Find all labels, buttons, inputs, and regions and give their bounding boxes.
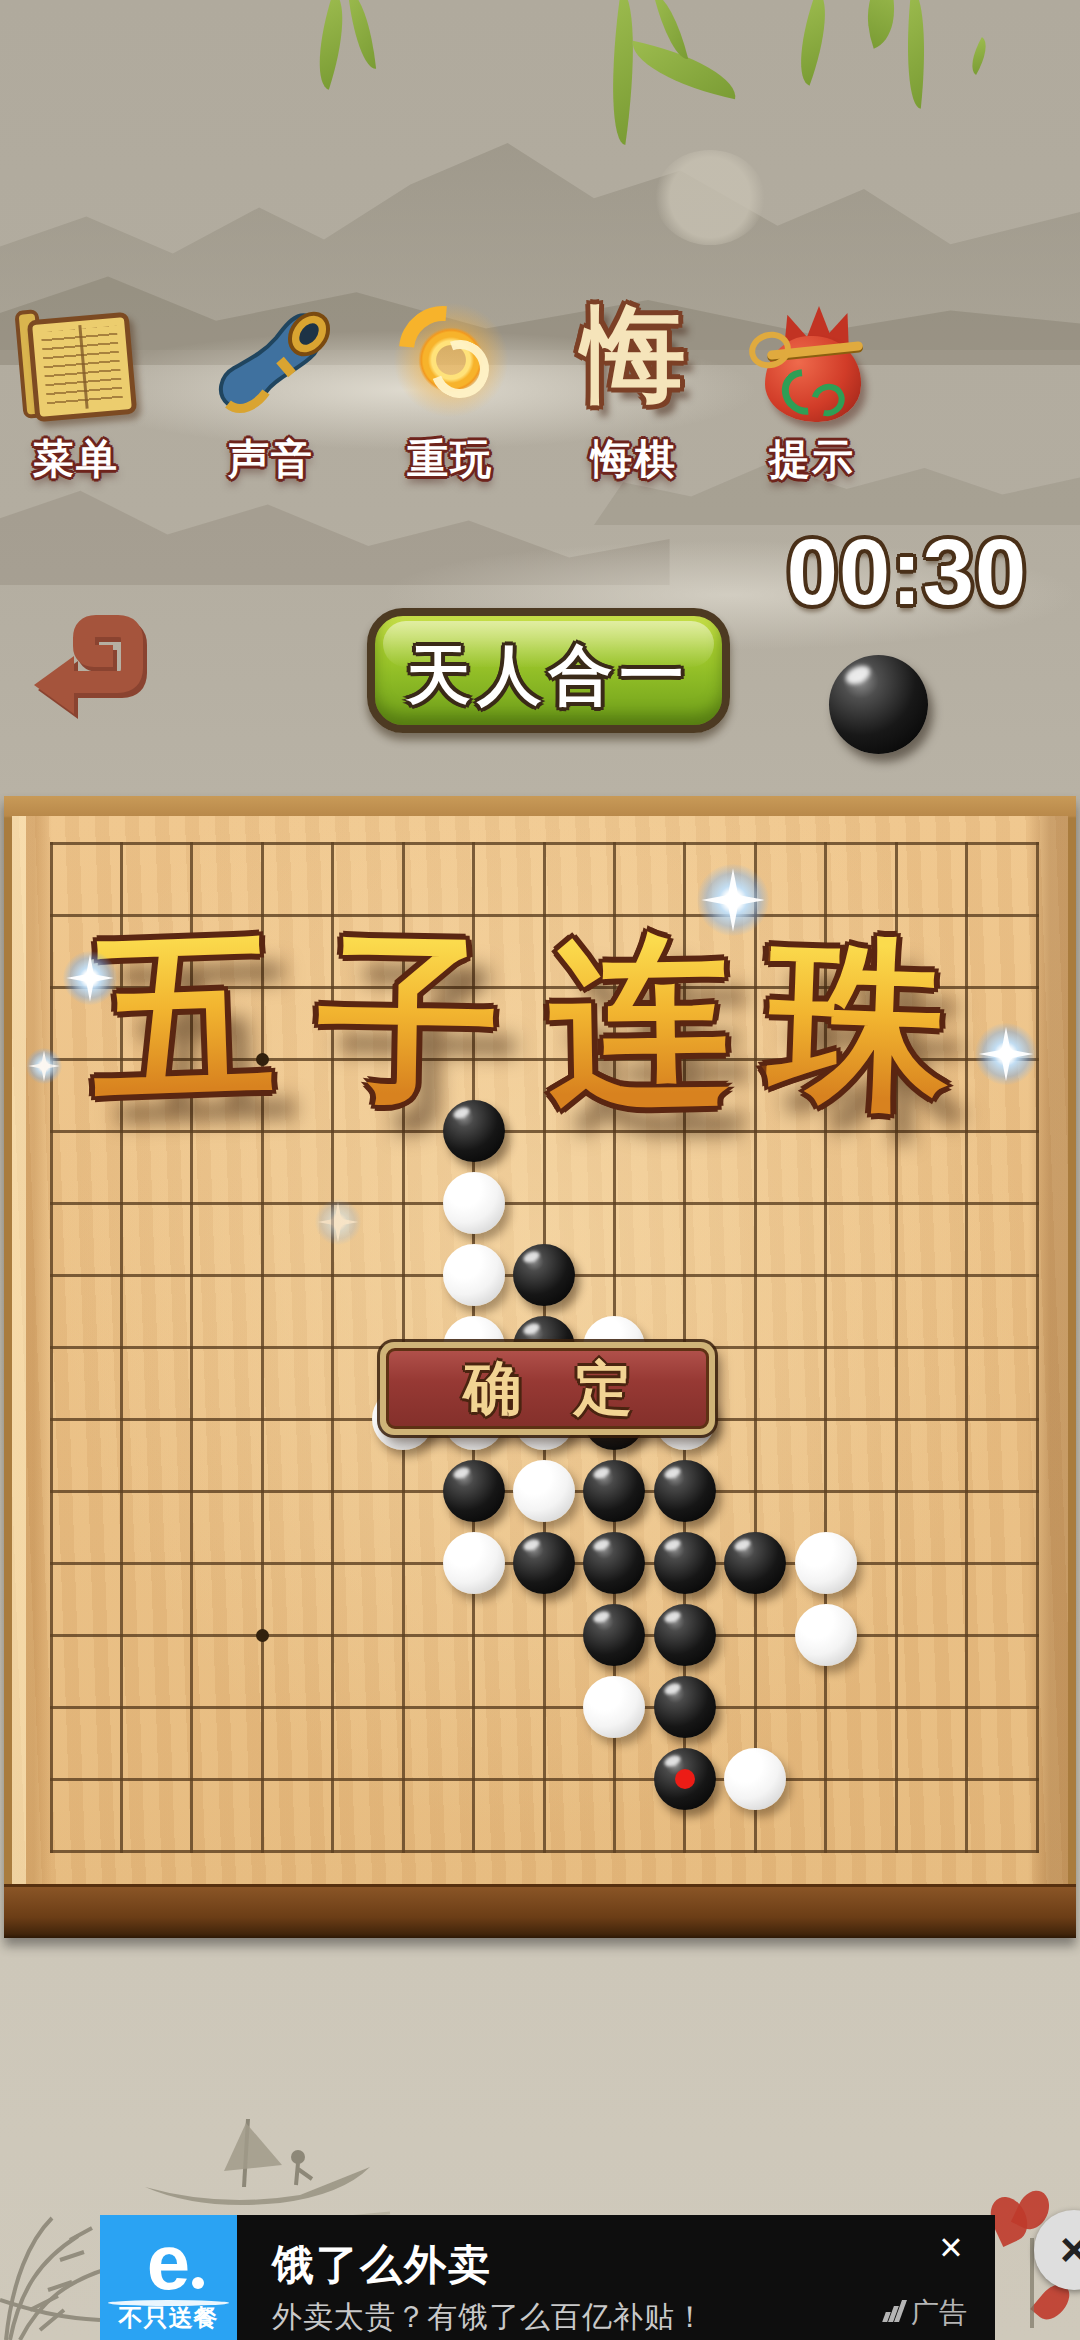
white-stone [724,1748,786,1810]
white-stone [795,1604,857,1666]
board-bottom-rim [4,1884,1076,1938]
lucky-pouch-icon [737,298,887,430]
eleme-logo: e 不只送餐 [100,2215,237,2340]
last-move-marker [675,1769,695,1789]
title-character: 五 [89,919,278,1115]
grid-line-horizontal [50,1706,1039,1709]
black-stone [513,1244,575,1306]
grid-line-horizontal [50,1778,1039,1781]
black-stone [654,1604,716,1666]
ad-headline: 饿了么外卖 [272,2237,492,2293]
black-stone [654,1460,716,1522]
white-stone [443,1172,505,1234]
ad-subline: 外卖太贵？有饿了么百亿补贴！ [272,2297,706,2338]
eleme-logo-glyph: e [100,2217,237,2308]
confirm-button-label: 确定 [464,1350,684,1428]
sparkle-effect [63,951,117,1005]
menu-label: 菜单 [1,432,151,487]
horn-icon [196,298,346,430]
eleme-logo-caption: 不只送餐 [100,2302,237,2334]
ad-choices-icon [884,2297,905,2329]
back-button[interactable] [26,598,166,733]
white-stone [583,1676,645,1738]
scroll-icon [1,298,151,430]
level-button-label: 天人合一 [375,632,722,719]
black-stone [654,1748,716,1810]
close-icon: × [939,2225,962,2269]
star-point [256,1629,269,1642]
pale-sun [655,150,765,245]
ad-banner[interactable]: e 不只送餐 饿了么外卖 外卖太贵？有饿了么百亿补贴！ × 广告 [100,2215,995,2340]
replay-button[interactable]: 重玩 [375,298,525,493]
white-stone [795,1532,857,1594]
black-stone [513,1532,575,1594]
timer: 00:30 [742,520,1072,620]
black-stone [583,1460,645,1522]
replay-label: 重玩 [375,432,525,487]
sound-label: 声音 [196,432,346,487]
hui-character-icon: 悔 [559,298,709,430]
sound-button[interactable]: 声音 [196,298,346,493]
confirm-button[interactable]: 确定 [380,1342,715,1435]
close-icon: × [1060,2223,1080,2276]
hint-label: 提示 [737,432,887,487]
title-character: 子 [316,924,501,1117]
black-stone [583,1532,645,1594]
white-stone [513,1460,575,1522]
sparkle-effect [697,864,769,936]
white-stone [443,1244,505,1306]
white-stone [443,1532,505,1594]
black-stone [724,1532,786,1594]
grid-line-horizontal [50,1634,1039,1637]
black-stone [583,1604,645,1666]
title-character: 连 [546,924,731,1117]
ad-close-button[interactable]: × [929,2225,973,2269]
undo-button[interactable]: 悔 悔棋 [559,298,709,493]
grid-line-horizontal [50,1850,1039,1853]
undo-label: 悔棋 [559,432,709,487]
turn-indicator-stone [829,655,928,754]
hint-button[interactable]: 提示 [737,298,887,493]
replay-swirl-icon [375,298,525,430]
black-stone [654,1676,716,1738]
black-stone [654,1532,716,1594]
back-arrow-icon [26,598,166,733]
black-stone [443,1460,505,1522]
sparkle-effect [26,1048,62,1084]
grid-line-vertical [965,842,968,1853]
ad-tag: 广告 [884,2294,967,2332]
grid-line-vertical [754,842,757,1853]
title-character: 珠 [765,927,954,1123]
sparkle-effect [315,1199,361,1245]
level-button[interactable]: 天人合一 [367,608,730,733]
game-screen: 菜单 声音 重玩 [0,0,1080,2340]
confirm-button-face: 确定 [386,1348,709,1429]
grid-line-vertical [1036,842,1039,1853]
menu-button[interactable]: 菜单 [1,298,151,493]
sparkle-effect [975,1023,1037,1085]
